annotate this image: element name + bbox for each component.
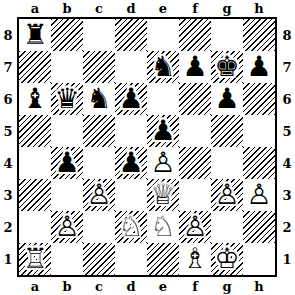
square-a6[interactable]: ♝ bbox=[19, 83, 51, 115]
square-f5[interactable] bbox=[179, 115, 211, 147]
file-label-c: c bbox=[83, 0, 115, 17]
square-f8[interactable] bbox=[179, 19, 211, 51]
square-a3[interactable] bbox=[19, 179, 51, 211]
rank-label-5: 5 bbox=[0, 115, 16, 147]
black-knight: ♞ bbox=[150, 51, 175, 83]
rank-label-8: 8 bbox=[0, 19, 16, 51]
square-b8[interactable] bbox=[51, 19, 83, 51]
square-b7[interactable] bbox=[51, 51, 83, 83]
square-g6[interactable]: ♟ bbox=[211, 83, 243, 115]
square-f1[interactable]: ♗ bbox=[179, 243, 211, 275]
square-f6[interactable] bbox=[179, 83, 211, 115]
file-label-b: b bbox=[51, 278, 83, 295]
file-label-g: g bbox=[211, 0, 243, 17]
square-e2[interactable]: ♘ bbox=[147, 211, 179, 243]
file-labels-bottom: abcdefgh bbox=[19, 278, 275, 295]
chess-diagram: abcdefgh 87654321 ♜♞♟♚♟♝♛♞♟♟♟♟♟♙♙♕♙♙♙♘♘♙… bbox=[0, 0, 295, 295]
white-rook: ♖ bbox=[22, 243, 47, 275]
file-label-d: d bbox=[115, 0, 147, 17]
square-h6[interactable] bbox=[243, 83, 275, 115]
rank-label-8: 8 bbox=[279, 19, 295, 51]
file-label-f: f bbox=[179, 0, 211, 17]
black-pawn: ♟ bbox=[54, 147, 79, 179]
square-b5[interactable] bbox=[51, 115, 83, 147]
square-c6[interactable]: ♞ bbox=[83, 83, 115, 115]
square-e5[interactable]: ♟ bbox=[147, 115, 179, 147]
black-pawn: ♟ bbox=[214, 83, 239, 115]
white-pawn: ♙ bbox=[214, 179, 239, 211]
square-b4[interactable]: ♟ bbox=[51, 147, 83, 179]
square-d3[interactable] bbox=[115, 179, 147, 211]
black-bishop: ♝ bbox=[22, 83, 47, 115]
square-e6[interactable] bbox=[147, 83, 179, 115]
square-c5[interactable] bbox=[83, 115, 115, 147]
square-d5[interactable] bbox=[115, 115, 147, 147]
file-labels-top: abcdefgh bbox=[19, 0, 275, 17]
square-g1[interactable]: ♔ bbox=[211, 243, 243, 275]
square-c3[interactable]: ♙ bbox=[83, 179, 115, 211]
rank-label-1: 1 bbox=[279, 243, 295, 275]
black-rook: ♜ bbox=[22, 19, 47, 51]
file-label-h: h bbox=[243, 278, 275, 295]
rank-label-2: 2 bbox=[0, 211, 16, 243]
square-e7[interactable]: ♞ bbox=[147, 51, 179, 83]
rank-labels-right: 87654321 bbox=[279, 19, 295, 275]
rank-labels-left: 87654321 bbox=[0, 19, 16, 275]
square-b6[interactable]: ♛ bbox=[51, 83, 83, 115]
black-pawn: ♟ bbox=[246, 51, 271, 83]
square-a1[interactable]: ♖ bbox=[19, 243, 51, 275]
square-a5[interactable] bbox=[19, 115, 51, 147]
square-e4[interactable]: ♙ bbox=[147, 147, 179, 179]
file-label-e: e bbox=[147, 278, 179, 295]
square-h2[interactable] bbox=[243, 211, 275, 243]
file-label-b: b bbox=[51, 0, 83, 17]
black-pawn: ♟ bbox=[118, 83, 143, 115]
square-d2[interactable]: ♘ bbox=[115, 211, 147, 243]
black-pawn: ♟ bbox=[118, 147, 143, 179]
file-label-f: f bbox=[179, 278, 211, 295]
square-d1[interactable] bbox=[115, 243, 147, 275]
white-pawn: ♙ bbox=[246, 179, 271, 211]
rank-label-7: 7 bbox=[279, 51, 295, 83]
rank-label-3: 3 bbox=[279, 179, 295, 211]
square-g5[interactable] bbox=[211, 115, 243, 147]
square-d8[interactable] bbox=[115, 19, 147, 51]
white-pawn: ♙ bbox=[150, 147, 175, 179]
square-c1[interactable] bbox=[83, 243, 115, 275]
file-label-g: g bbox=[211, 278, 243, 295]
square-e1[interactable] bbox=[147, 243, 179, 275]
white-pawn: ♙ bbox=[54, 211, 79, 243]
black-pawn: ♟ bbox=[150, 115, 175, 147]
black-king: ♚ bbox=[214, 51, 239, 83]
square-b3[interactable] bbox=[51, 179, 83, 211]
square-g7[interactable]: ♚ bbox=[211, 51, 243, 83]
rank-label-4: 4 bbox=[279, 147, 295, 179]
square-f7[interactable]: ♟ bbox=[179, 51, 211, 83]
file-label-e: e bbox=[147, 0, 179, 17]
square-g3[interactable]: ♙ bbox=[211, 179, 243, 211]
chess-board: ♜♞♟♚♟♝♛♞♟♟♟♟♟♙♙♕♙♙♙♘♘♙♖♗♔ bbox=[17, 17, 277, 277]
black-queen: ♛ bbox=[54, 83, 79, 115]
square-f4[interactable] bbox=[179, 147, 211, 179]
rank-label-3: 3 bbox=[0, 179, 16, 211]
square-f3[interactable] bbox=[179, 179, 211, 211]
white-king: ♔ bbox=[214, 243, 239, 275]
square-g8[interactable] bbox=[211, 19, 243, 51]
square-c8[interactable] bbox=[83, 19, 115, 51]
white-knight: ♘ bbox=[118, 211, 143, 243]
white-knight: ♘ bbox=[150, 211, 175, 243]
black-knight: ♞ bbox=[86, 83, 111, 115]
white-pawn: ♙ bbox=[86, 179, 111, 211]
white-queen: ♕ bbox=[150, 179, 175, 211]
file-label-c: c bbox=[83, 278, 115, 295]
file-label-h: h bbox=[243, 0, 275, 17]
square-g2[interactable] bbox=[211, 211, 243, 243]
rank-label-6: 6 bbox=[279, 83, 295, 115]
rank-label-4: 4 bbox=[0, 147, 16, 179]
white-pawn: ♙ bbox=[182, 211, 207, 243]
square-h1[interactable] bbox=[243, 243, 275, 275]
square-g4[interactable] bbox=[211, 147, 243, 179]
square-h5[interactable] bbox=[243, 115, 275, 147]
square-a7[interactable] bbox=[19, 51, 51, 83]
square-d7[interactable] bbox=[115, 51, 147, 83]
square-a4[interactable] bbox=[19, 147, 51, 179]
square-f2[interactable]: ♙ bbox=[179, 211, 211, 243]
square-c7[interactable] bbox=[83, 51, 115, 83]
square-a2[interactable] bbox=[19, 211, 51, 243]
square-d6[interactable]: ♟ bbox=[115, 83, 147, 115]
rank-label-1: 1 bbox=[0, 243, 16, 275]
square-b2[interactable]: ♙ bbox=[51, 211, 83, 243]
square-c2[interactable] bbox=[83, 211, 115, 243]
white-bishop: ♗ bbox=[182, 243, 207, 275]
file-label-a: a bbox=[19, 278, 51, 295]
rank-label-6: 6 bbox=[0, 83, 16, 115]
rank-label-7: 7 bbox=[0, 51, 16, 83]
square-h4[interactable] bbox=[243, 147, 275, 179]
rank-label-5: 5 bbox=[279, 115, 295, 147]
rank-label-2: 2 bbox=[279, 211, 295, 243]
file-label-a: a bbox=[19, 0, 51, 17]
file-label-d: d bbox=[115, 278, 147, 295]
square-a8[interactable]: ♜ bbox=[19, 19, 51, 51]
square-h3[interactable]: ♙ bbox=[243, 179, 275, 211]
square-e8[interactable] bbox=[147, 19, 179, 51]
square-e3[interactable]: ♕ bbox=[147, 179, 179, 211]
square-c4[interactable] bbox=[83, 147, 115, 179]
square-d4[interactable]: ♟ bbox=[115, 147, 147, 179]
square-h7[interactable]: ♟ bbox=[243, 51, 275, 83]
black-pawn: ♟ bbox=[182, 51, 207, 83]
square-h8[interactable] bbox=[243, 19, 275, 51]
square-b1[interactable] bbox=[51, 243, 83, 275]
